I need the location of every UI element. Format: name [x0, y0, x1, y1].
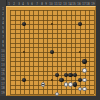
- coordinate-label-left: 10: [1, 50, 5, 53]
- coordinate-label-left: 15: [1, 73, 5, 76]
- coordinate-label-left: 16: [1, 78, 5, 81]
- grid-line-horizontal: [10, 66, 94, 67]
- coordinate-label-top: 6: [31, 2, 35, 5]
- grid-line-vertical: [75, 10, 76, 94]
- coordinate-label-left: 18: [1, 87, 5, 90]
- coordinate-label-top: 15: [72, 2, 76, 5]
- coordinate-label-top: 16: [77, 2, 81, 5]
- grid-line-vertical: [57, 10, 58, 94]
- white-stone[interactable]: [68, 82, 72, 86]
- coordinate-label-top: 14: [68, 2, 72, 5]
- grid-line-vertical: [66, 10, 67, 94]
- coordinate-label-top: 1: [7, 2, 11, 5]
- grid-line-horizontal: [10, 71, 94, 72]
- coordinate-label-top: 4: [21, 2, 25, 5]
- coordinate-label-top: 3: [17, 2, 21, 5]
- black-stone[interactable]: [22, 78, 26, 82]
- coordinate-label-left: 1: [1, 8, 5, 11]
- coordinate-label-left: 12: [1, 59, 5, 62]
- black-stone[interactable]: [22, 22, 26, 26]
- star-point: [79, 51, 81, 53]
- coordinate-label-left: 19: [1, 92, 5, 95]
- coordinate-label-top: 19: [91, 2, 95, 5]
- black-stone[interactable]: [73, 73, 77, 77]
- coordinate-label-top: 13: [63, 2, 67, 5]
- board-frame-bottom: [0, 96, 100, 100]
- grid-line-horizontal: [10, 61, 94, 62]
- star-point: [23, 51, 25, 53]
- coordinate-label-top: 10: [49, 2, 53, 5]
- black-stone[interactable]: [59, 78, 63, 82]
- grid-line-horizontal: [10, 94, 94, 95]
- coordinate-label-left: 14: [1, 68, 5, 71]
- coordinate-label-left: 2: [1, 13, 5, 16]
- black-stone[interactable]: [78, 22, 82, 26]
- coordinate-label-left: 13: [1, 64, 5, 67]
- coordinate-label-left: 8: [1, 40, 5, 43]
- white-stone[interactable]: [55, 92, 59, 96]
- coordinate-label-left: 4: [1, 22, 5, 25]
- white-stone[interactable]: [82, 78, 86, 82]
- white-stone[interactable]: [82, 87, 86, 91]
- coordinate-label-top: 7: [35, 2, 39, 5]
- black-stone[interactable]: [50, 50, 54, 54]
- black-stone[interactable]: [82, 59, 86, 63]
- go-board[interactable]: [6, 6, 96, 96]
- grid-line-vertical: [71, 10, 72, 94]
- star-point: [51, 79, 53, 81]
- go-app-window: 12345678910111213141516171819 1234567891…: [0, 0, 100, 100]
- black-stone[interactable]: [55, 73, 59, 77]
- grid-line-vertical: [89, 10, 90, 94]
- white-stone[interactable]: [82, 68, 86, 72]
- board-frame-right: [96, 0, 100, 100]
- grid-line-vertical: [94, 10, 95, 94]
- coordinate-label-top: 2: [12, 2, 16, 5]
- grid-line-horizontal: [10, 57, 94, 58]
- coordinate-label-left: 17: [1, 82, 5, 85]
- coordinate-label-top: 12: [58, 2, 62, 5]
- star-point: [51, 23, 53, 25]
- coordinate-label-left: 7: [1, 36, 5, 39]
- coordinate-label-top: 11: [54, 2, 58, 5]
- coordinate-label-left: 11: [1, 54, 5, 57]
- coordinate-label-top: 9: [44, 2, 48, 5]
- coordinate-label-left: 5: [1, 27, 5, 30]
- coordinate-label-left: 3: [1, 17, 5, 20]
- grid-line-horizontal: [10, 75, 94, 76]
- coordinate-label-top: 17: [82, 2, 86, 5]
- coordinate-label-top: 18: [86, 2, 90, 5]
- black-stone[interactable]: [73, 82, 77, 86]
- grid-line-horizontal: [10, 85, 94, 86]
